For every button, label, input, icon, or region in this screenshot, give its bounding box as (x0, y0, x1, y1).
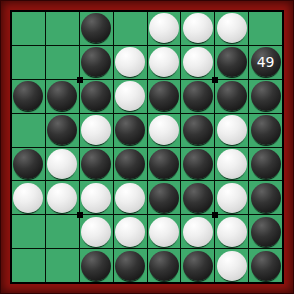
disc-black (183, 149, 213, 179)
cell-e4[interactable] (148, 114, 181, 147)
cell-a6[interactable] (12, 181, 45, 214)
cell-g6[interactable] (215, 181, 248, 214)
board-frame: 49 (0, 0, 294, 294)
disc-white (149, 47, 179, 77)
cell-c7[interactable] (80, 215, 113, 248)
cell-f1[interactable] (181, 12, 214, 45)
cell-b6[interactable] (46, 181, 79, 214)
disc-black (81, 149, 111, 179)
cell-f8[interactable] (181, 249, 214, 282)
disc-black: 49 (251, 47, 281, 77)
cell-f6[interactable] (181, 181, 214, 214)
disc-black (149, 251, 179, 281)
cell-a8[interactable] (12, 249, 45, 282)
disc-black (149, 183, 179, 213)
cell-g1[interactable] (215, 12, 248, 45)
cell-c3[interactable] (80, 80, 113, 113)
disc-black (251, 251, 281, 281)
disc-black (81, 251, 111, 281)
disc-black (81, 47, 111, 77)
cell-h5[interactable] (249, 148, 282, 181)
cell-a1[interactable] (12, 12, 45, 45)
cell-a4[interactable] (12, 114, 45, 147)
disc-black (13, 81, 43, 111)
cell-e6[interactable] (148, 181, 181, 214)
disc-black (251, 183, 281, 213)
disc-black (183, 183, 213, 213)
cell-d7[interactable] (114, 215, 147, 248)
cell-d6[interactable] (114, 181, 147, 214)
board-grid: 49 (12, 12, 282, 282)
disc-black (217, 81, 247, 111)
disc-white (149, 115, 179, 145)
cell-g8[interactable] (215, 249, 248, 282)
cell-c2[interactable] (80, 46, 113, 79)
cell-c6[interactable] (80, 181, 113, 214)
disc-white (81, 183, 111, 213)
disc-white (149, 217, 179, 247)
disc-white (47, 149, 77, 179)
disc-black (183, 81, 213, 111)
disc-black (115, 251, 145, 281)
disc-white (183, 47, 213, 77)
cell-g3[interactable] (215, 80, 248, 113)
disc-white (183, 13, 213, 43)
cell-d4[interactable] (114, 114, 147, 147)
disc-black (183, 115, 213, 145)
cell-c8[interactable] (80, 249, 113, 282)
star-point-icon (77, 77, 83, 83)
disc-black (183, 251, 213, 281)
disc-white (81, 115, 111, 145)
disc-white (115, 81, 145, 111)
disc-black (81, 81, 111, 111)
cell-f7[interactable] (181, 215, 214, 248)
disc-white (81, 217, 111, 247)
disc-black (251, 217, 281, 247)
cell-f5[interactable] (181, 148, 214, 181)
cell-h7[interactable] (249, 215, 282, 248)
cell-f2[interactable] (181, 46, 214, 79)
disc-black (251, 115, 281, 145)
disc-white (217, 149, 247, 179)
cell-b7[interactable] (46, 215, 79, 248)
disc-white (13, 183, 43, 213)
cell-h1[interactable] (249, 12, 282, 45)
cell-f3[interactable] (181, 80, 214, 113)
disc-white (47, 183, 77, 213)
othello-board: 49 (10, 10, 284, 284)
cell-d1[interactable] (114, 12, 147, 45)
cell-c1[interactable] (80, 12, 113, 45)
cell-e5[interactable] (148, 148, 181, 181)
disc-black (217, 47, 247, 77)
disc-black (251, 81, 281, 111)
cell-d3[interactable] (114, 80, 147, 113)
cell-h6[interactable] (249, 181, 282, 214)
cell-a2[interactable] (12, 46, 45, 79)
disc-black (47, 81, 77, 111)
cell-e1[interactable] (148, 12, 181, 45)
disc-white (149, 13, 179, 43)
disc-white (115, 183, 145, 213)
cell-e8[interactable] (148, 249, 181, 282)
disc-white (217, 13, 247, 43)
disc-black (115, 149, 145, 179)
disc-black (81, 13, 111, 43)
disc-white (217, 251, 247, 281)
star-point-icon (212, 77, 218, 83)
cell-h3[interactable] (249, 80, 282, 113)
cell-g7[interactable] (215, 215, 248, 248)
cell-c5[interactable] (80, 148, 113, 181)
disc-black (149, 149, 179, 179)
last-move-number: 49 (257, 55, 275, 69)
disc-black (251, 149, 281, 179)
cell-b8[interactable] (46, 249, 79, 282)
disc-white (217, 115, 247, 145)
cell-b4[interactable] (46, 114, 79, 147)
cell-e7[interactable] (148, 215, 181, 248)
cell-g4[interactable] (215, 114, 248, 147)
disc-white (217, 183, 247, 213)
cell-a7[interactable] (12, 215, 45, 248)
cell-e2[interactable] (148, 46, 181, 79)
cell-h2[interactable]: 49 (249, 46, 282, 79)
disc-white (183, 217, 213, 247)
cell-g5[interactable] (215, 148, 248, 181)
cell-h8[interactable] (249, 249, 282, 282)
disc-white (115, 217, 145, 247)
cell-d2[interactable] (114, 46, 147, 79)
cell-d5[interactable] (114, 148, 147, 181)
star-point-icon (212, 212, 218, 218)
disc-black (13, 149, 43, 179)
cell-d8[interactable] (114, 249, 147, 282)
cell-b1[interactable] (46, 12, 79, 45)
disc-white (217, 217, 247, 247)
cell-a3[interactable] (12, 80, 45, 113)
cell-b2[interactable] (46, 46, 79, 79)
cell-a5[interactable] (12, 148, 45, 181)
disc-black (115, 115, 145, 145)
cell-b5[interactable] (46, 148, 79, 181)
disc-black (47, 115, 77, 145)
star-point-icon (77, 212, 83, 218)
cell-e3[interactable] (148, 80, 181, 113)
cell-f4[interactable] (181, 114, 214, 147)
disc-white (115, 47, 145, 77)
cell-c4[interactable] (80, 114, 113, 147)
cell-g2[interactable] (215, 46, 248, 79)
cell-h4[interactable] (249, 114, 282, 147)
cell-b3[interactable] (46, 80, 79, 113)
disc-black (149, 81, 179, 111)
